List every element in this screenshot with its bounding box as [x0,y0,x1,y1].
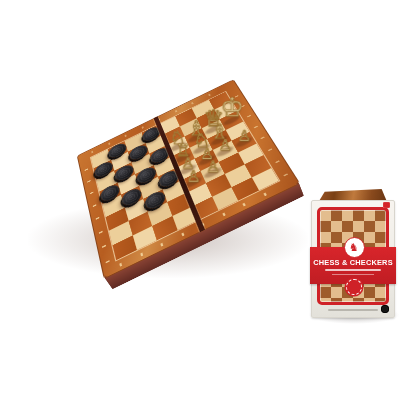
square-f2 [180,118,202,137]
piece-shadow [169,141,187,153]
square-d2 [145,135,167,154]
rosette-seal-icon [346,279,362,295]
square-a1 [91,149,111,168]
board-scene: ♘♗♕♔♖♘♗♙♙♙♙♙♙ [22,44,332,294]
knight-glyph: ♘ [159,129,198,147]
square-h1 [209,92,231,110]
square-f1 [175,108,197,126]
chess-checkers-board: ♘♗♕♔♖♘♗♙♙♙♙♙♙ [78,80,299,278]
knight-badge-icon: ♞ [344,237,365,258]
king-glyph: ♔ [212,95,251,121]
square-c3 [131,154,153,174]
box-front-face: ♞ CHESS & CHECKERS [311,200,395,318]
square-c1 [124,133,145,152]
square-e2 [162,126,184,145]
product-photo: ♘♗♕♔♖♘♗♙♙♙♙♙♙ ♞ CHESS & CHECKERS [0,0,400,400]
square-c2 [128,143,149,162]
frame-notation-top [91,88,222,153]
bishop-glyph: ♗ [177,119,216,139]
black-checker-c2 [128,143,150,163]
square-e1 [158,116,179,134]
square-g1 [192,100,214,118]
retail-box: ♞ CHESS & CHECKERS [311,188,393,316]
piece-shadow [205,123,223,135]
piece-shadow [187,132,205,144]
square-g2 [197,110,220,129]
piece-shadow [222,115,240,127]
box-title: CHESS & CHECKERS [310,258,396,267]
black-checker-a2 [93,160,114,180]
square-b3 [114,162,135,182]
square-b2 [111,152,132,172]
black-checker-b1 [107,141,128,160]
square-a2 [93,160,113,180]
square-h2 [214,101,237,119]
pawn-glyph: ♙ [224,128,265,143]
square-d1 [141,125,162,144]
age-grade-dot [381,305,389,313]
black-checker-b3 [114,162,136,183]
box-rule-line [332,274,373,275]
square-a3 [96,171,117,191]
brand-logo-icon [383,202,390,208]
queen-glyph: ♕ [195,107,234,130]
square-b1 [108,141,128,160]
black-checker-d1 [141,124,163,143]
board-squares: ♘♗♕♔♖♘♗♙♙♙♙♙♙ [91,92,279,260]
knight-glyph: ♞ [349,242,359,253]
box-footer-text-line [328,309,378,311]
box-subtitle-line [325,269,380,271]
